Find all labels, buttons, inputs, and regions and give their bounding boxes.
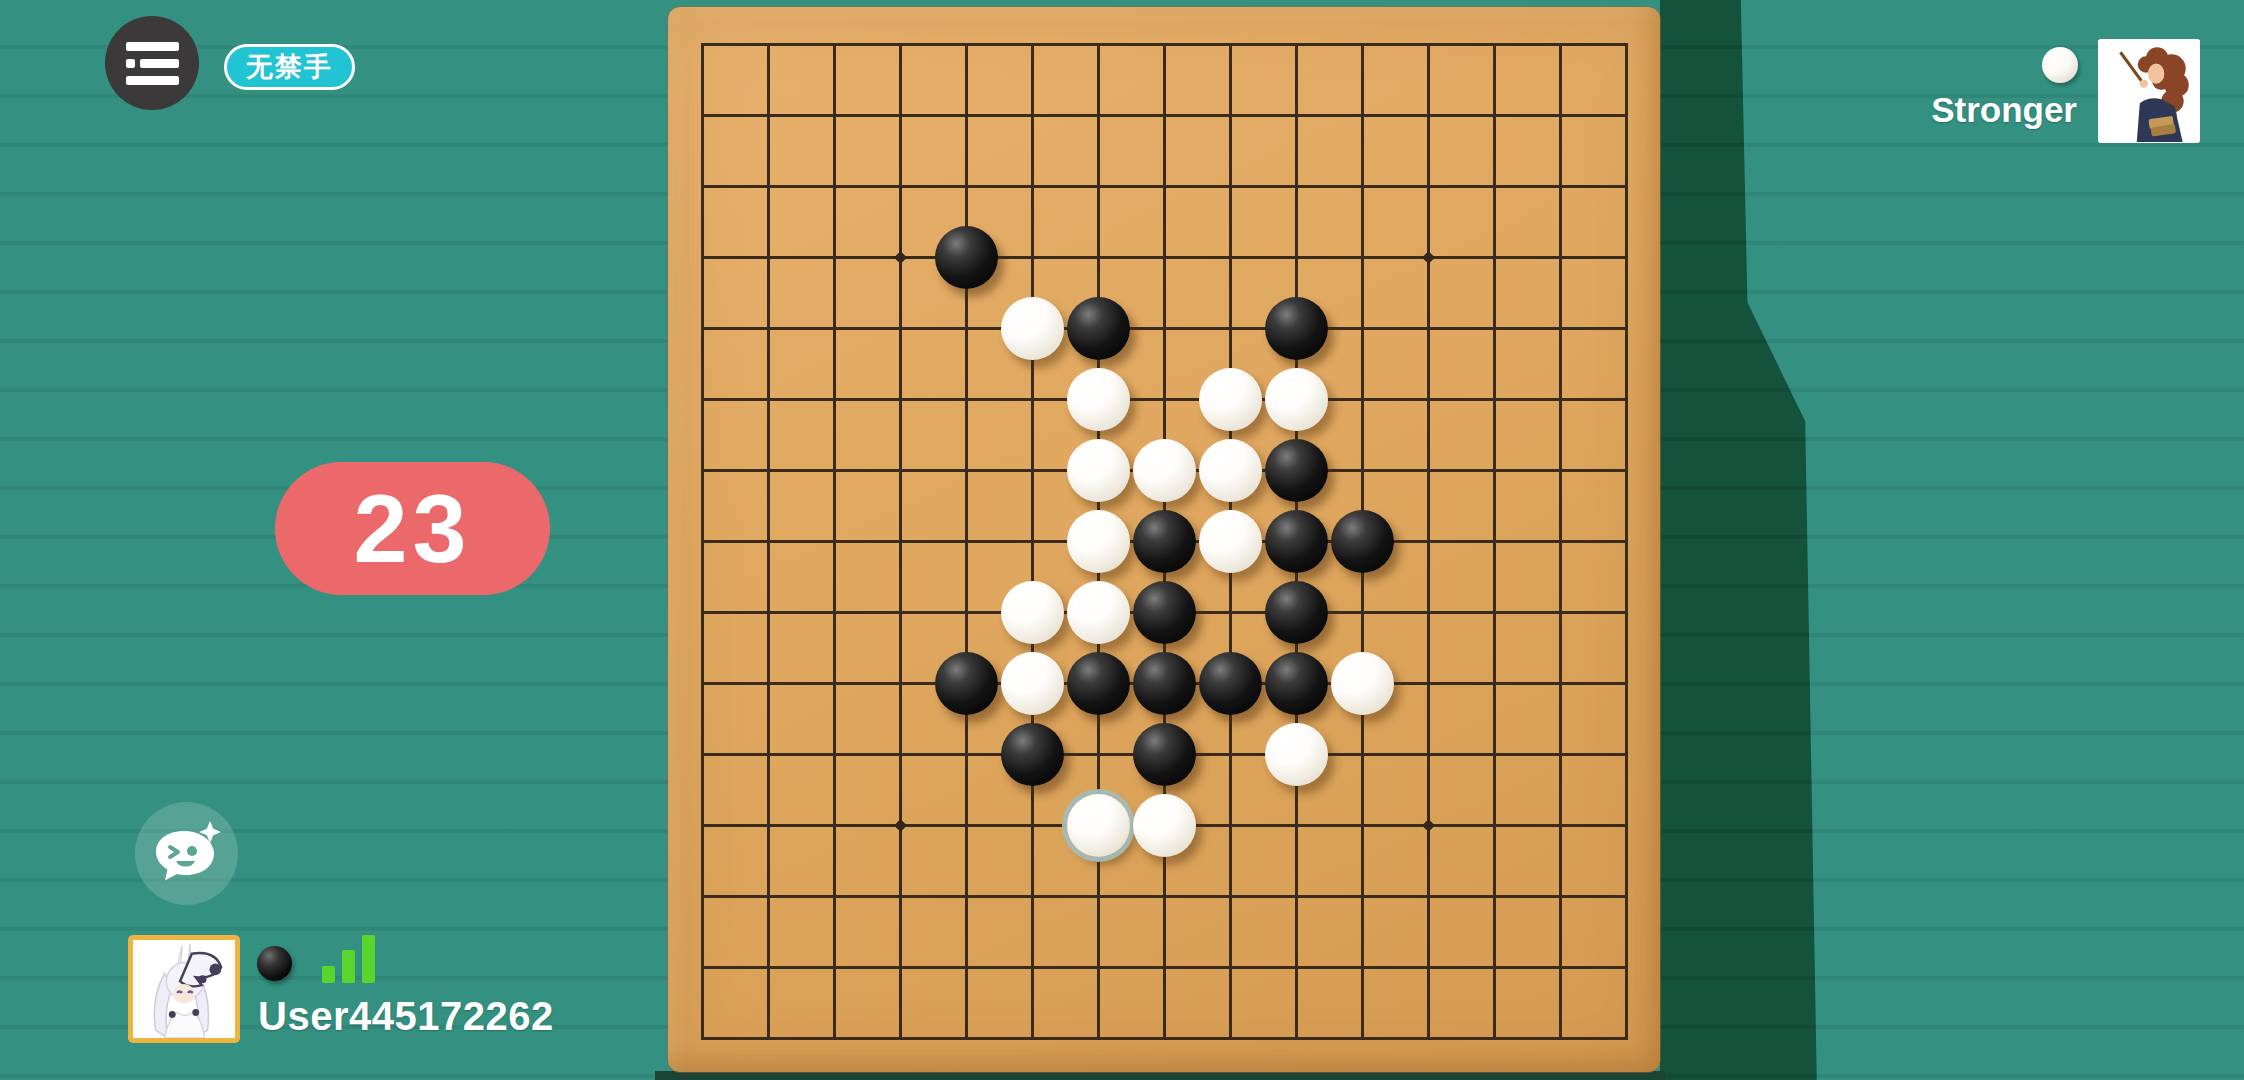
white-stone: ○ bbox=[1067, 510, 1130, 573]
bottom-player-name: User445172262 bbox=[258, 994, 554, 1039]
gomoku-board: ●○●●○○○○○○●○●○●●○○●●●○●●●●○●●○○○ bbox=[668, 7, 1660, 1072]
black-stone: ● bbox=[1265, 652, 1328, 715]
move-timer-value: 23 bbox=[354, 473, 472, 585]
white-stone: ○ bbox=[1265, 723, 1328, 786]
hamburger-icon bbox=[126, 42, 179, 85]
top-player-avatar[interactable] bbox=[2098, 39, 2200, 143]
chat-emoji-icon bbox=[150, 821, 224, 887]
top-avatar-image bbox=[2098, 39, 2200, 143]
black-stone: ● bbox=[1133, 723, 1196, 786]
black-stone: ● bbox=[1265, 510, 1328, 573]
white-stone: ○ bbox=[1199, 439, 1262, 502]
game-screen: ●○●●○○○○○○●○●○●●○○●●●○●●●●○●●○○○ 无禁手 23 bbox=[0, 0, 2244, 1080]
star-point bbox=[1422, 819, 1435, 832]
white-stone: ○ bbox=[1067, 794, 1130, 857]
white-stone: ○ bbox=[1001, 652, 1064, 715]
bottom-player-avatar[interactable] bbox=[128, 935, 240, 1043]
bottom-avatar-image bbox=[133, 940, 235, 1038]
white-stone: ○ bbox=[1199, 510, 1262, 573]
black-stone: ● bbox=[1133, 510, 1196, 573]
black-stone: ● bbox=[1133, 652, 1196, 715]
white-stone: ○ bbox=[1265, 368, 1328, 431]
board-bottom-shadow bbox=[655, 1071, 1665, 1080]
top-player-name: Stronger bbox=[1931, 90, 2077, 130]
star-point bbox=[1422, 251, 1435, 264]
star-point bbox=[894, 819, 907, 832]
menu-button[interactable] bbox=[105, 16, 199, 110]
rule-badge: 无禁手 bbox=[224, 44, 355, 90]
signal-bar bbox=[342, 950, 355, 983]
black-stone: ● bbox=[935, 226, 998, 289]
black-stone: ● bbox=[1133, 581, 1196, 644]
black-stone: ● bbox=[1265, 297, 1328, 360]
rule-badge-label: 无禁手 bbox=[246, 49, 333, 85]
white-stone: ○ bbox=[1067, 368, 1130, 431]
signal-bar bbox=[362, 935, 375, 983]
white-stone: ○ bbox=[1001, 581, 1064, 644]
chat-button[interactable] bbox=[135, 802, 238, 905]
black-stone: ● bbox=[1001, 723, 1064, 786]
black-stone: ● bbox=[1331, 510, 1394, 573]
board-grid[interactable]: ●○●●○○○○○○●○●○●●○○●●●○●●●●○●●○○○ bbox=[701, 43, 1628, 1040]
move-timer: 23 bbox=[275, 462, 550, 595]
connection-signal-icon bbox=[322, 933, 378, 983]
black-stone: ● bbox=[1265, 439, 1328, 502]
white-stone: ○ bbox=[1199, 368, 1262, 431]
board-cast-shadow bbox=[1660, 0, 1825, 1080]
white-stone-icon bbox=[2042, 47, 2078, 83]
white-stone: ○ bbox=[1331, 652, 1394, 715]
black-stone: ● bbox=[1199, 652, 1262, 715]
white-stone: ○ bbox=[1067, 439, 1130, 502]
black-stone: ● bbox=[1067, 652, 1130, 715]
signal-bar bbox=[322, 966, 335, 983]
white-stone: ○ bbox=[1133, 439, 1196, 502]
black-stone: ● bbox=[935, 652, 998, 715]
black-stone: ● bbox=[1265, 581, 1328, 644]
white-stone: ○ bbox=[1067, 581, 1130, 644]
black-stone: ● bbox=[1067, 297, 1130, 360]
black-stone-icon bbox=[257, 946, 292, 981]
white-stone: ○ bbox=[1133, 794, 1196, 857]
star-point bbox=[894, 251, 907, 264]
white-stone: ○ bbox=[1001, 297, 1064, 360]
